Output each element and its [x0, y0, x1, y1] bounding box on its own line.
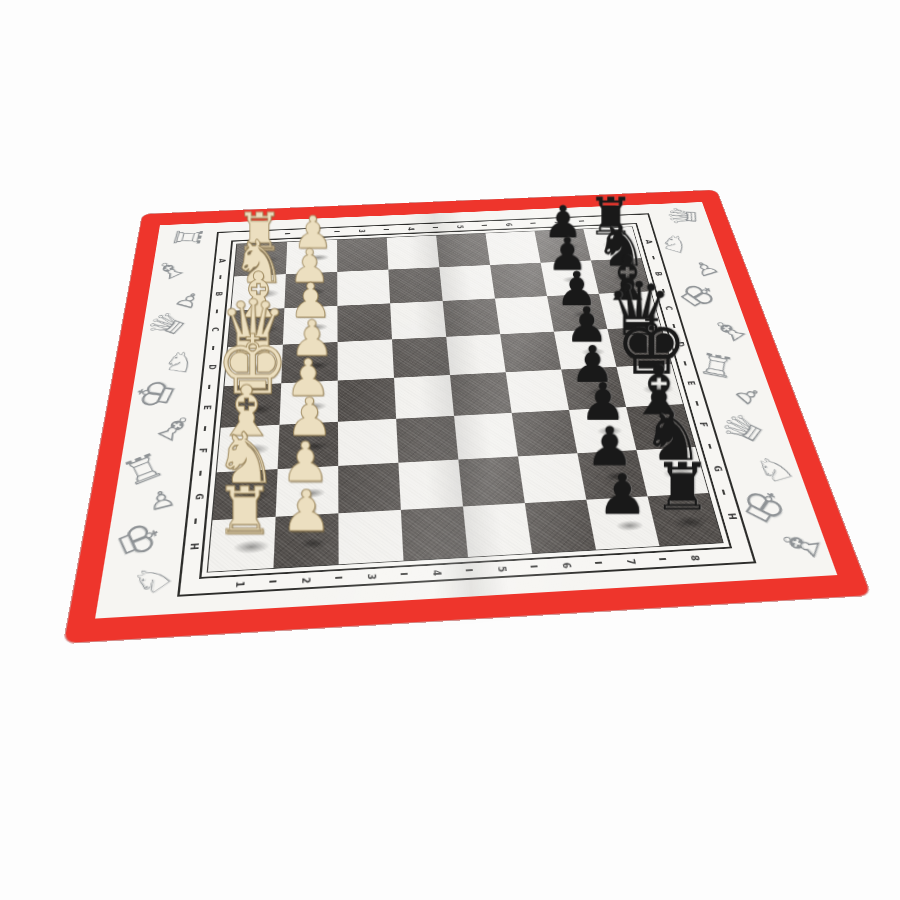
coordinate-label-bottom-8: 8	[661, 550, 728, 566]
coordinate-dash	[530, 222, 535, 223]
chess-mat: ♖♗♙♕♘♔♗♖♙♔♘ ♕♘♙♔♗♖♙♕♘♔♗ 12345678 1234567…	[64, 190, 871, 643]
product-photo-scene: ♖♗♙♕♘♔♗♖♙♔♘ ♕♘♙♔♗♖♙♕♘♔♗ 12345678 1234567…	[0, 0, 900, 900]
piece-white-rook-h1[interactable]: ♜	[176, 477, 313, 543]
coordinate-label-bottom-6: 6	[533, 557, 600, 573]
king-sketch-icon: ♔	[125, 376, 184, 412]
bishop-sketch-icon: ♗	[773, 522, 829, 568]
coordinate-label-bottom-1: 1	[206, 576, 273, 592]
coordinate-label-bottom-4: 4	[404, 565, 470, 581]
queen-sketch-icon: ♕	[139, 307, 196, 342]
coordinate-dash	[219, 275, 221, 279]
rook-sketch-icon: ♖	[168, 227, 209, 247]
pawn-sketch-icon: ♙	[145, 486, 178, 516]
coordinate-label-bottom-5: 5	[469, 561, 535, 577]
coordinate-label-bottom-2: 2	[273, 572, 339, 588]
coordinate-dash	[482, 225, 487, 226]
coordinate-label-bottom-3: 3	[339, 568, 405, 584]
pieces-layer: ♜♟♟♜♞♟♟♞♝♟♟♝♛♟♟♛♚♟♟♚♝♟♟♝♞♟♟♞♜♟♟♜	[208, 227, 723, 572]
coordinate-label-bottom-7: 7	[597, 553, 664, 569]
queen-sketch-icon: ♕	[665, 205, 703, 227]
coordinate-dash	[433, 227, 438, 228]
coordinate-dash	[579, 220, 584, 221]
piece-black-pawn-h7[interactable]: ♟	[555, 466, 690, 522]
coordinate-dash	[216, 309, 218, 313]
coordinate-dash	[384, 229, 389, 230]
knight-sketch-icon: ♘	[124, 557, 180, 604]
rook-sketch-icon: ♖	[116, 447, 170, 492]
coordinate-dash	[285, 233, 290, 234]
coordinate-dash	[334, 231, 339, 232]
knight-sketch-icon: ♘	[748, 450, 801, 489]
board-frame: 12345678 12345678 ABCDEFGH ABCDEFGH ♜♟♟♜…	[177, 213, 756, 597]
mat-content: ♖♗♙♕♘♔♗♖♙♔♘ ♕♘♙♔♗♖♙♕♘♔♗ 12345678 1234567…	[95, 202, 837, 619]
bishop-sketch-icon: ♗	[148, 255, 193, 285]
king-sketch-icon: ♔	[107, 514, 170, 565]
